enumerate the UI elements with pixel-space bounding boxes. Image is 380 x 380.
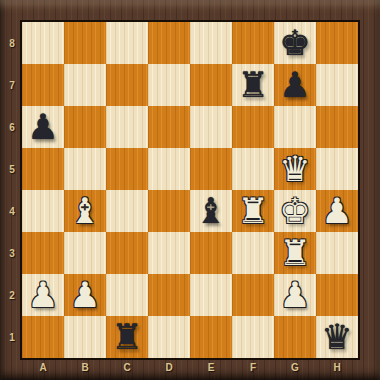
square-g3[interactable]: ♜	[274, 232, 316, 274]
black-queen[interactable]: ♛	[316, 316, 358, 358]
file-label-e: E	[190, 358, 232, 380]
square-f1[interactable]	[232, 316, 274, 358]
square-b3[interactable]	[64, 232, 106, 274]
square-h3[interactable]	[316, 232, 358, 274]
black-pawn[interactable]: ♟	[22, 106, 64, 148]
white-king[interactable]: ♚	[274, 190, 316, 232]
square-b1[interactable]	[64, 316, 106, 358]
white-rook[interactable]: ♜	[232, 190, 274, 232]
rank-label-6: 6	[0, 106, 22, 148]
square-e6[interactable]	[190, 106, 232, 148]
square-e7[interactable]	[190, 64, 232, 106]
square-a5[interactable]	[22, 148, 64, 190]
white-pawn[interactable]: ♟	[274, 274, 316, 316]
square-g2[interactable]: ♟	[274, 274, 316, 316]
square-d6[interactable]	[148, 106, 190, 148]
rank-label-4: 4	[0, 190, 22, 232]
white-pawn[interactable]: ♟	[316, 190, 358, 232]
rank-label-7: 7	[0, 64, 22, 106]
rank-label-3: 3	[0, 232, 22, 274]
black-king[interactable]: ♚	[274, 22, 316, 64]
square-c1[interactable]: ♜	[106, 316, 148, 358]
square-d8[interactable]	[148, 22, 190, 64]
file-label-a: A	[22, 358, 64, 380]
square-g8[interactable]: ♚	[274, 22, 316, 64]
black-rook[interactable]: ♜	[106, 316, 148, 358]
square-f7[interactable]: ♜	[232, 64, 274, 106]
square-g4[interactable]: ♚	[274, 190, 316, 232]
rank-label-2: 2	[0, 274, 22, 316]
square-e5[interactable]	[190, 148, 232, 190]
file-label-f: F	[232, 358, 274, 380]
square-h1[interactable]: ♛	[316, 316, 358, 358]
square-a7[interactable]	[22, 64, 64, 106]
square-h6[interactable]	[316, 106, 358, 148]
square-a6[interactable]: ♟	[22, 106, 64, 148]
board-frame: 87654321 ABCDEFGH ♚♜♟♟♛♝♝♜♚♟♜♟♟♟♜♛	[0, 0, 380, 380]
white-rook[interactable]: ♜	[274, 232, 316, 274]
square-c8[interactable]	[106, 22, 148, 64]
square-g6[interactable]	[274, 106, 316, 148]
chess-board: ♚♜♟♟♛♝♝♜♚♟♜♟♟♟♜♛	[22, 22, 358, 358]
square-d5[interactable]	[148, 148, 190, 190]
file-labels: ABCDEFGH	[22, 358, 358, 380]
square-f6[interactable]	[232, 106, 274, 148]
black-pawn[interactable]: ♟	[274, 64, 316, 106]
square-e8[interactable]	[190, 22, 232, 64]
square-f2[interactable]	[232, 274, 274, 316]
square-d4[interactable]	[148, 190, 190, 232]
square-g5[interactable]: ♛	[274, 148, 316, 190]
square-a8[interactable]	[22, 22, 64, 64]
square-b2[interactable]: ♟	[64, 274, 106, 316]
square-f8[interactable]	[232, 22, 274, 64]
square-c5[interactable]	[106, 148, 148, 190]
black-bishop[interactable]: ♝	[190, 190, 232, 232]
file-label-b: B	[64, 358, 106, 380]
square-a2[interactable]: ♟	[22, 274, 64, 316]
square-a4[interactable]	[22, 190, 64, 232]
square-h4[interactable]: ♟	[316, 190, 358, 232]
rank-label-1: 1	[0, 316, 22, 358]
black-rook[interactable]: ♜	[232, 64, 274, 106]
square-b8[interactable]	[64, 22, 106, 64]
file-label-h: H	[316, 358, 358, 380]
square-d2[interactable]	[148, 274, 190, 316]
square-g1[interactable]	[274, 316, 316, 358]
square-d3[interactable]	[148, 232, 190, 274]
square-e3[interactable]	[190, 232, 232, 274]
square-e2[interactable]	[190, 274, 232, 316]
white-pawn[interactable]: ♟	[64, 274, 106, 316]
square-f5[interactable]	[232, 148, 274, 190]
square-f3[interactable]	[232, 232, 274, 274]
square-c3[interactable]	[106, 232, 148, 274]
white-bishop[interactable]: ♝	[64, 190, 106, 232]
square-h5[interactable]	[316, 148, 358, 190]
rank-label-5: 5	[0, 148, 22, 190]
square-c2[interactable]	[106, 274, 148, 316]
square-h7[interactable]	[316, 64, 358, 106]
square-d1[interactable]	[148, 316, 190, 358]
square-d7[interactable]	[148, 64, 190, 106]
square-f4[interactable]: ♜	[232, 190, 274, 232]
square-h2[interactable]	[316, 274, 358, 316]
square-h8[interactable]	[316, 22, 358, 64]
square-e1[interactable]	[190, 316, 232, 358]
rank-labels: 87654321	[0, 22, 22, 358]
file-label-d: D	[148, 358, 190, 380]
square-a1[interactable]	[22, 316, 64, 358]
square-b6[interactable]	[64, 106, 106, 148]
square-c7[interactable]	[106, 64, 148, 106]
square-a3[interactable]	[22, 232, 64, 274]
square-e4[interactable]: ♝	[190, 190, 232, 232]
square-b5[interactable]	[64, 148, 106, 190]
file-label-g: G	[274, 358, 316, 380]
white-pawn[interactable]: ♟	[22, 274, 64, 316]
file-label-c: C	[106, 358, 148, 380]
square-g7[interactable]: ♟	[274, 64, 316, 106]
square-b4[interactable]: ♝	[64, 190, 106, 232]
square-c4[interactable]	[106, 190, 148, 232]
rank-label-8: 8	[0, 22, 22, 64]
square-b7[interactable]	[64, 64, 106, 106]
square-c6[interactable]	[106, 106, 148, 148]
white-queen[interactable]: ♛	[274, 148, 316, 190]
